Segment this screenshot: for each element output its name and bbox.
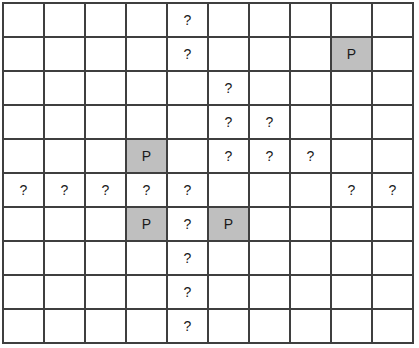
grid-cell-r5-c5-empty[interactable] <box>168 140 207 172</box>
grid-cell-r3-c8-empty[interactable] <box>291 72 330 104</box>
grid-cell-r7-c6-p[interactable]: P <box>209 208 248 240</box>
grid-cell-r9-c1-empty[interactable] <box>4 276 43 308</box>
grid-cell-r5-c1-empty[interactable] <box>4 140 43 172</box>
grid-cell-r3-c2-empty[interactable] <box>45 72 84 104</box>
grid-cell-r7-c3-empty[interactable] <box>86 208 125 240</box>
grid-cell-r6-c3-question[interactable]: ? <box>86 174 125 206</box>
grid-cell-r6-c1-question[interactable]: ? <box>4 174 43 206</box>
grid-cell-r1-c7-empty[interactable] <box>250 4 289 36</box>
grid-cell-r4-c9-empty[interactable] <box>332 106 371 138</box>
grid-cell-r10-c9-empty[interactable] <box>332 310 371 342</box>
grid-cell-r2-c5-question[interactable]: ? <box>168 38 207 70</box>
grid-cell-r6-c10-question[interactable]: ? <box>373 174 412 206</box>
grid-cell-r4-c8-empty[interactable] <box>291 106 330 138</box>
grid-cell-r6-c7-empty[interactable] <box>250 174 289 206</box>
grid-cell-r1-c3-empty[interactable] <box>86 4 125 36</box>
grid-cell-r7-c4-p[interactable]: P <box>127 208 166 240</box>
grid-cell-r7-c7-empty[interactable] <box>250 208 289 240</box>
grid-cell-r4-c3-empty[interactable] <box>86 106 125 138</box>
grid-cell-r6-c6-empty[interactable] <box>209 174 248 206</box>
grid-cell-r8-c1-empty[interactable] <box>4 242 43 274</box>
grid-cell-r5-c9-empty[interactable] <box>332 140 371 172</box>
grid-cell-r5-c7-question[interactable]: ? <box>250 140 289 172</box>
grid-cell-r3-c5-empty[interactable] <box>168 72 207 104</box>
grid-cell-r4-c5-empty[interactable] <box>168 106 207 138</box>
grid-cell-r4-c7-question[interactable]: ? <box>250 106 289 138</box>
grid-cell-r1-c5-question[interactable]: ? <box>168 4 207 36</box>
grid-cell-r7-c8-empty[interactable] <box>291 208 330 240</box>
grid-cell-r8-c6-empty[interactable] <box>209 242 248 274</box>
grid-cell-r4-c6-question[interactable]: ? <box>209 106 248 138</box>
grid-cell-r4-c4-empty[interactable] <box>127 106 166 138</box>
grid-cell-r1-c2-empty[interactable] <box>45 4 84 36</box>
grid-cell-r10-c2-empty[interactable] <box>45 310 84 342</box>
grid-cell-r8-c8-empty[interactable] <box>291 242 330 274</box>
grid-cell-r10-c5-question[interactable]: ? <box>168 310 207 342</box>
grid-cell-r6-c9-question[interactable]: ? <box>332 174 371 206</box>
grid-cell-r6-c8-empty[interactable] <box>291 174 330 206</box>
puzzle-screenshot: ??P???P??????????P?P??? <box>0 0 419 348</box>
grid-cell-r1-c9-empty[interactable] <box>332 4 371 36</box>
grid-cell-r2-c6-empty[interactable] <box>209 38 248 70</box>
grid-cell-r4-c1-empty[interactable] <box>4 106 43 138</box>
grid-cell-r2-c8-empty[interactable] <box>291 38 330 70</box>
grid-cell-r8-c3-empty[interactable] <box>86 242 125 274</box>
grid-cell-r7-c1-empty[interactable] <box>4 208 43 240</box>
grid-cell-r6-c4-question[interactable]: ? <box>127 174 166 206</box>
grid-cell-r10-c1-empty[interactable] <box>4 310 43 342</box>
grid-cell-r5-c4-p[interactable]: P <box>127 140 166 172</box>
grid-cell-r5-c10-empty[interactable] <box>373 140 412 172</box>
grid-cell-r8-c7-empty[interactable] <box>250 242 289 274</box>
grid-cell-r4-c10-empty[interactable] <box>373 106 412 138</box>
grid-cell-r8-c4-empty[interactable] <box>127 242 166 274</box>
grid-cell-r7-c10-empty[interactable] <box>373 208 412 240</box>
grid-cell-r4-c2-empty[interactable] <box>45 106 84 138</box>
grid-cell-r9-c4-empty[interactable] <box>127 276 166 308</box>
grid-cell-r2-c2-empty[interactable] <box>45 38 84 70</box>
grid-cell-r2-c3-empty[interactable] <box>86 38 125 70</box>
grid-cell-r1-c4-empty[interactable] <box>127 4 166 36</box>
grid-cell-r3-c6-question[interactable]: ? <box>209 72 248 104</box>
grid-cell-r3-c10-empty[interactable] <box>373 72 412 104</box>
grid-cell-r7-c2-empty[interactable] <box>45 208 84 240</box>
grid-cell-r7-c9-empty[interactable] <box>332 208 371 240</box>
grid-cell-r10-c10-empty[interactable] <box>373 310 412 342</box>
grid-cell-r8-c9-empty[interactable] <box>332 242 371 274</box>
grid-cell-r9-c2-empty[interactable] <box>45 276 84 308</box>
grid-cell-r5-c3-empty[interactable] <box>86 140 125 172</box>
grid-cell-r2-c1-empty[interactable] <box>4 38 43 70</box>
grid-cell-r2-c7-empty[interactable] <box>250 38 289 70</box>
grid-cell-r9-c6-empty[interactable] <box>209 276 248 308</box>
grid-cell-r10-c4-empty[interactable] <box>127 310 166 342</box>
grid-cell-r3-c9-empty[interactable] <box>332 72 371 104</box>
grid-cell-r10-c3-empty[interactable] <box>86 310 125 342</box>
grid-cell-r9-c9-empty[interactable] <box>332 276 371 308</box>
grid-cell-r1-c10-empty[interactable] <box>373 4 412 36</box>
grid-cell-r5-c8-question[interactable]: ? <box>291 140 330 172</box>
grid-cell-r6-c2-question[interactable]: ? <box>45 174 84 206</box>
grid-cell-r3-c4-empty[interactable] <box>127 72 166 104</box>
grid-cell-r3-c1-empty[interactable] <box>4 72 43 104</box>
grid-cell-r7-c5-question[interactable]: ? <box>168 208 207 240</box>
grid-cell-r8-c5-question[interactable]: ? <box>168 242 207 274</box>
grid-cell-r8-c2-empty[interactable] <box>45 242 84 274</box>
grid-cell-r2-c4-empty[interactable] <box>127 38 166 70</box>
grid-cell-r2-c10-empty[interactable] <box>373 38 412 70</box>
puzzle-grid: ??P???P??????????P?P??? <box>2 2 414 344</box>
grid-cell-r10-c7-empty[interactable] <box>250 310 289 342</box>
grid-cell-r3-c3-empty[interactable] <box>86 72 125 104</box>
grid-cell-r6-c5-question[interactable]: ? <box>168 174 207 206</box>
grid-cell-r9-c10-empty[interactable] <box>373 276 412 308</box>
grid-cell-r1-c8-empty[interactable] <box>291 4 330 36</box>
grid-cell-r1-c1-empty[interactable] <box>4 4 43 36</box>
grid-cell-r1-c6-empty[interactable] <box>209 4 248 36</box>
grid-cell-r8-c10-empty[interactable] <box>373 242 412 274</box>
grid-cell-r10-c6-empty[interactable] <box>209 310 248 342</box>
grid-cell-r9-c7-empty[interactable] <box>250 276 289 308</box>
grid-cell-r5-c2-empty[interactable] <box>45 140 84 172</box>
grid-cell-r3-c7-empty[interactable] <box>250 72 289 104</box>
grid-cell-r10-c8-empty[interactable] <box>291 310 330 342</box>
grid-cell-r9-c5-question[interactable]: ? <box>168 276 207 308</box>
grid-cell-r5-c6-question[interactable]: ? <box>209 140 248 172</box>
grid-cell-r9-c8-empty[interactable] <box>291 276 330 308</box>
grid-cell-r2-c9-p[interactable]: P <box>332 38 371 70</box>
grid-cell-r9-c3-empty[interactable] <box>86 276 125 308</box>
